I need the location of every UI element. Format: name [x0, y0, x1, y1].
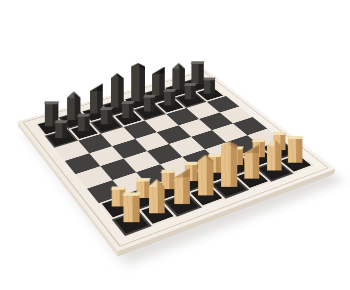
piece-black-pawn[interactable]	[55, 120, 67, 138]
piece-black-pawn[interactable]	[204, 78, 215, 94]
piece-white-knight[interactable]	[267, 139, 282, 171]
piece-black-pawn[interactable]	[101, 107, 113, 124]
chess-render-scene	[0, 0, 350, 290]
piece-black-rook[interactable]	[192, 61, 204, 84]
piece-black-pawn[interactable]	[78, 114, 90, 132]
board-squares	[35, 77, 314, 236]
chess-board	[18, 69, 336, 251]
piece-black-pawn[interactable]	[144, 95, 155, 112]
piece-black-pawn[interactable]	[123, 101, 134, 118]
piece-white-bishop[interactable]	[174, 168, 190, 204]
piece-white-rook[interactable]	[288, 136, 303, 163]
piece-black-pawn[interactable]	[165, 89, 176, 106]
piece-white-queen[interactable]	[198, 155, 213, 196]
piece-black-pawn[interactable]	[185, 83, 196, 99]
piece-white-king[interactable]	[221, 142, 237, 188]
piece-white-rook[interactable]	[123, 193, 139, 223]
piece-white-bishop[interactable]	[245, 144, 260, 178]
piece-black-king[interactable]	[131, 63, 145, 101]
